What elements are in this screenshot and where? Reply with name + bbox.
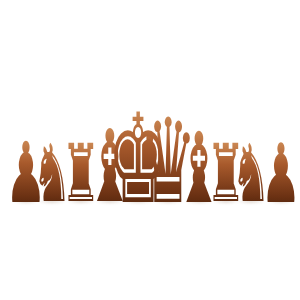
chess-piece-king: ♚: [107, 97, 168, 221]
product-photo-chess-pieces: ♟♞♜♝♚♛♝♜♞♟: [0, 0, 300, 300]
chess-piece-row: ♟♞♜♝♚♛♝♜♞♟: [0, 0, 300, 300]
